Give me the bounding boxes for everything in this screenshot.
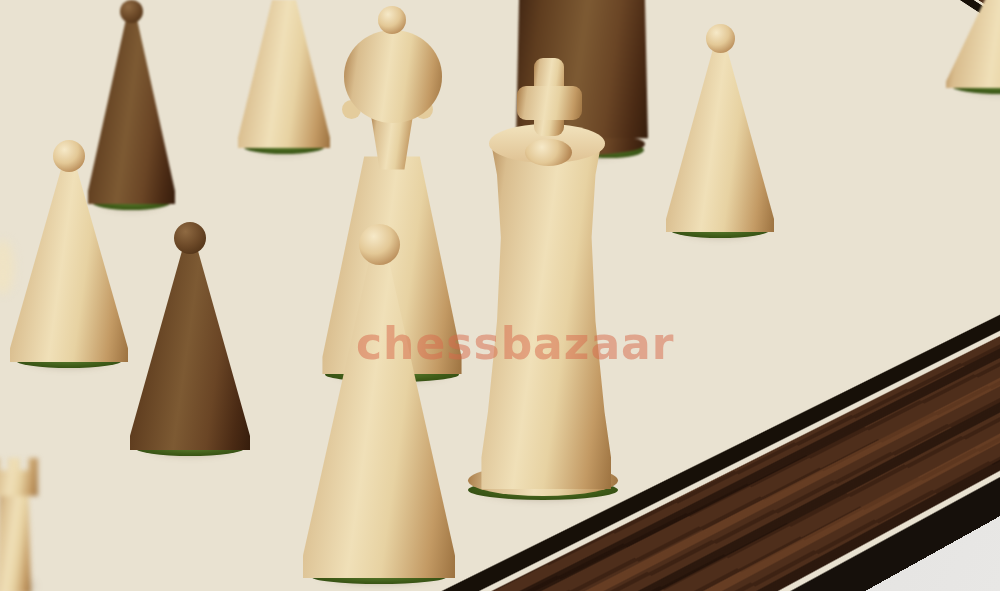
piece-white-bishop-f4[interactable]: ♗: [238, 0, 330, 154]
black-pawn-glyph: ♟: [130, 311, 250, 393]
piece-white-pawn-c3[interactable]: ♙: [10, 140, 128, 368]
piece-white-king-e1[interactable]: ♔: [462, 58, 624, 500]
white-rook-glyph: ♖: [0, 510, 42, 558]
piece-white-pawn-d1[interactable]: ♙: [303, 224, 455, 584]
white-pawn-glyph: ♙: [666, 105, 774, 179]
chess-set-photo: ♝♗♕♚♔♙♙♙♟♙♖ chessbazaar: [0, 0, 1000, 591]
chessbazaar-watermark: chessbazaar: [356, 318, 675, 369]
piece-white-pawn-f2[interactable]: ♙: [666, 24, 774, 238]
white-pawn-glyph: ♙: [303, 361, 455, 486]
piece-white-pawn-h2[interactable]: ♙: [946, 0, 1000, 94]
white-bishop-glyph: ♗: [238, 59, 330, 113]
piece-black-pawn-d2[interactable]: ♟: [130, 222, 250, 456]
white-pawn-glyph: ♙: [946, 33, 1000, 67]
pieces-layer: ♝♗♕♚♔♙♙♙♟♙♖: [0, 0, 1000, 591]
white-pawn-glyph: ♙: [10, 227, 128, 306]
piece-white-rook-c1[interactable]: ♖: [0, 458, 42, 591]
